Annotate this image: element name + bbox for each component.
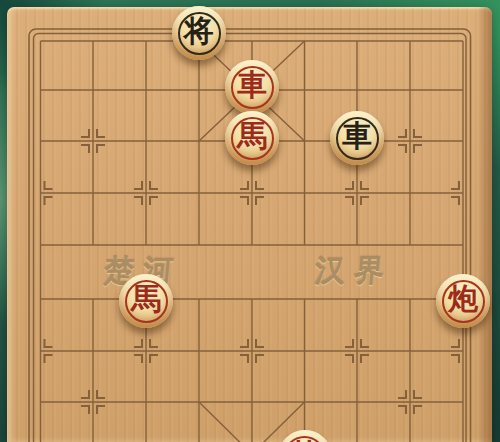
piece-glyph: 馬	[119, 272, 173, 326]
piece-glyph: 将	[172, 4, 226, 58]
piece-black-general[interactable]: 将	[172, 6, 226, 60]
pieces-layer: 将車馬車馬炮帅	[0, 0, 500, 442]
piece-red-horse-1[interactable]: 馬	[225, 111, 279, 165]
piece-glyph: 馬	[225, 109, 279, 163]
piece-red-general[interactable]: 帅	[278, 430, 332, 442]
piece-glyph: 炮	[436, 272, 490, 326]
piece-glyph: 車	[225, 58, 279, 112]
xiangqi-board[interactable]: 楚河 汉界 将車馬車馬炮帅	[0, 0, 500, 442]
piece-red-chariot[interactable]: 車	[225, 60, 279, 114]
piece-red-horse-2[interactable]: 馬	[119, 274, 173, 328]
piece-black-chariot[interactable]: 車	[330, 111, 384, 165]
piece-glyph: 帅	[278, 428, 332, 442]
piece-red-cannon[interactable]: 炮	[436, 274, 490, 328]
piece-glyph: 車	[330, 109, 384, 163]
